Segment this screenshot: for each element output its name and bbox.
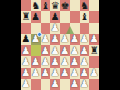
white-pawn: ♟ bbox=[51, 34, 60, 44]
black-pawn: ♟ bbox=[31, 11, 40, 21]
white-pawn: ♟ bbox=[41, 34, 50, 44]
square-c2[interactable]: ♟ bbox=[41, 68, 51, 79]
square-e8[interactable]: ♚ bbox=[60, 0, 70, 11]
square-b1[interactable] bbox=[31, 79, 41, 90]
black-bishop: ♝ bbox=[80, 11, 89, 21]
white-pawn: ♟ bbox=[90, 68, 99, 78]
square-h8[interactable] bbox=[89, 0, 99, 11]
chess-board[interactable]: ♞♝♛♚♞♜♟♟♝♟♟♟♟♟♟♟♟♟♟♟♟♟♟♟♜♟♟♟♟♟♟♟♟♟♟♟♟♟♟♟… bbox=[21, 0, 99, 90]
white-pawn: ♟ bbox=[80, 45, 89, 55]
white-pawn: ♟ bbox=[21, 56, 30, 66]
square-c7[interactable] bbox=[41, 11, 51, 22]
square-g7[interactable]: ♝ bbox=[80, 11, 90, 22]
black-knight: ♞ bbox=[80, 0, 89, 10]
square-f7[interactable] bbox=[70, 11, 80, 22]
move-quality-badge bbox=[37, 32, 42, 37]
letterbox-right bbox=[99, 0, 120, 90]
white-pawn: ♟ bbox=[60, 56, 69, 66]
square-c1[interactable] bbox=[41, 79, 51, 90]
black-bishop: ♝ bbox=[41, 0, 50, 10]
black-rook: ♜ bbox=[90, 45, 99, 55]
white-pawn: ♟ bbox=[80, 68, 89, 78]
black-pawn: ♟ bbox=[21, 34, 30, 44]
black-pawn: ♟ bbox=[51, 11, 60, 21]
black-king: ♚ bbox=[60, 0, 69, 10]
square-g1[interactable]: ♟ bbox=[80, 79, 90, 90]
black-knight: ♞ bbox=[31, 0, 40, 10]
white-pawn: ♟ bbox=[80, 56, 89, 66]
white-pawn: ♟ bbox=[60, 45, 69, 55]
white-pawn: ♟ bbox=[70, 79, 79, 89]
white-pawn: ♟ bbox=[41, 68, 50, 78]
white-pawn: ♟ bbox=[31, 68, 40, 78]
square-a1[interactable]: ♟ bbox=[21, 79, 31, 90]
white-pawn: ♟ bbox=[70, 45, 79, 55]
white-pawn: ♟ bbox=[51, 56, 60, 66]
black-rook: ♜ bbox=[21, 11, 30, 21]
white-pawn: ♟ bbox=[21, 68, 30, 78]
square-h2[interactable]: ♟ bbox=[89, 68, 99, 79]
square-h7[interactable] bbox=[89, 11, 99, 22]
white-pawn: ♟ bbox=[31, 56, 40, 66]
white-pawn: ♟ bbox=[21, 79, 30, 89]
white-pawn: ♟ bbox=[51, 68, 60, 78]
white-pawn: ♟ bbox=[80, 34, 89, 44]
square-h1[interactable] bbox=[89, 79, 99, 90]
arrow-head bbox=[66, 26, 74, 34]
white-pawn: ♟ bbox=[21, 45, 30, 55]
black-queen: ♛ bbox=[51, 0, 60, 10]
white-pawn: ♟ bbox=[80, 79, 89, 89]
square-f8[interactable] bbox=[70, 0, 80, 11]
letterbox-left bbox=[0, 0, 21, 90]
square-h4[interactable]: ♜ bbox=[89, 45, 99, 56]
white-pawn: ♟ bbox=[51, 23, 60, 33]
white-pawn: ♟ bbox=[41, 56, 50, 66]
square-c8[interactable]: ♝ bbox=[41, 0, 51, 11]
white-pawn: ♟ bbox=[51, 79, 60, 89]
white-pawn: ♟ bbox=[41, 45, 50, 55]
square-e1[interactable] bbox=[60, 79, 70, 90]
white-pawn: ♟ bbox=[60, 34, 69, 44]
white-pawn: ♟ bbox=[70, 68, 79, 78]
chess-app-screenshot: ♞♝♛♚♞♜♟♟♝♟♟♟♟♟♟♟♟♟♟♟♟♟♟♟♜♟♟♟♟♟♟♟♟♟♟♟♟♟♟♟… bbox=[0, 0, 120, 90]
white-pawn: ♟ bbox=[51, 45, 60, 55]
square-a7[interactable]: ♜ bbox=[21, 11, 31, 22]
white-pawn: ♟ bbox=[90, 34, 99, 44]
white-pawn: ♟ bbox=[60, 68, 69, 78]
square-d1[interactable]: ♟ bbox=[50, 79, 60, 90]
square-b7[interactable]: ♟ bbox=[31, 11, 41, 22]
square-f1[interactable]: ♟ bbox=[70, 79, 80, 90]
square-b2[interactable]: ♟ bbox=[31, 68, 41, 79]
white-pawn: ♟ bbox=[70, 56, 79, 66]
white-pawn: ♟ bbox=[70, 34, 79, 44]
square-e2[interactable]: ♟ bbox=[60, 68, 70, 79]
square-e7[interactable] bbox=[60, 11, 70, 22]
